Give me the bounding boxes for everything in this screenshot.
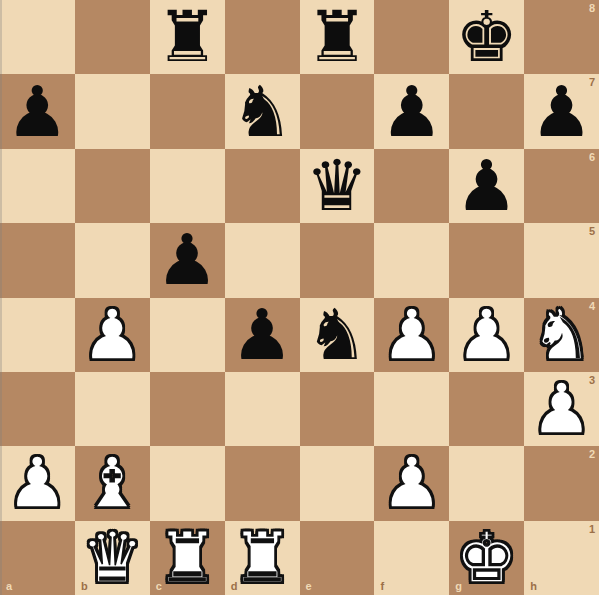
file-label-d: d — [231, 581, 238, 592]
square-b1[interactable]: ♛b — [75, 521, 150, 595]
square-f2[interactable]: ♟ — [374, 446, 449, 520]
square-d4[interactable]: ♟ — [225, 298, 300, 372]
square-c6[interactable] — [150, 149, 225, 223]
square-c8[interactable]: ♜ — [150, 0, 225, 74]
square-h5[interactable]: 5 — [524, 223, 599, 297]
file-label-b: b — [81, 581, 88, 592]
square-f4[interactable]: ♟ — [374, 298, 449, 372]
square-e1[interactable]: e — [300, 521, 375, 595]
file-label-f: f — [380, 581, 384, 592]
piece-white-pawn[interactable]: ♟ — [81, 300, 144, 370]
square-g2[interactable] — [449, 446, 524, 520]
rank-label-2: 2 — [589, 449, 595, 460]
square-g8[interactable]: ♚ — [449, 0, 524, 74]
piece-black-knight[interactable]: ♞ — [306, 300, 369, 370]
square-e5[interactable] — [300, 223, 375, 297]
square-e4[interactable]: ♞ — [300, 298, 375, 372]
rank-label-5: 5 — [589, 226, 595, 237]
square-f5[interactable] — [374, 223, 449, 297]
piece-white-pawn[interactable]: ♟ — [530, 374, 593, 444]
square-a8[interactable] — [0, 0, 75, 74]
square-c3[interactable] — [150, 372, 225, 446]
square-a1[interactable]: a — [0, 521, 75, 595]
square-e3[interactable] — [300, 372, 375, 446]
square-h7[interactable]: ♟7 — [524, 74, 599, 148]
piece-black-pawn[interactable]: ♟ — [530, 77, 593, 147]
piece-white-rook[interactable]: ♜ — [231, 523, 294, 593]
rank-label-1: 1 — [589, 524, 595, 535]
square-f8[interactable] — [374, 0, 449, 74]
piece-black-knight[interactable]: ♞ — [231, 77, 294, 147]
square-h6[interactable]: 6 — [524, 149, 599, 223]
square-e8[interactable]: ♜ — [300, 0, 375, 74]
piece-white-pawn[interactable]: ♟ — [380, 300, 443, 370]
square-b8[interactable] — [75, 0, 150, 74]
square-a2[interactable]: ♟ — [0, 446, 75, 520]
piece-white-bishop[interactable]: ♝ — [81, 448, 144, 518]
file-label-a: a — [6, 581, 12, 592]
square-d3[interactable] — [225, 372, 300, 446]
square-e7[interactable] — [300, 74, 375, 148]
piece-white-pawn[interactable]: ♟ — [6, 448, 69, 518]
file-label-e: e — [306, 581, 312, 592]
square-a6[interactable] — [0, 149, 75, 223]
piece-black-pawn[interactable]: ♟ — [380, 77, 443, 147]
square-h3[interactable]: ♟3 — [524, 372, 599, 446]
file-label-c: c — [156, 581, 162, 592]
piece-white-pawn[interactable]: ♟ — [380, 448, 443, 518]
square-g3[interactable] — [449, 372, 524, 446]
square-c4[interactable] — [150, 298, 225, 372]
square-g5[interactable] — [449, 223, 524, 297]
square-d8[interactable] — [225, 0, 300, 74]
square-c7[interactable] — [150, 74, 225, 148]
square-c2[interactable] — [150, 446, 225, 520]
square-f7[interactable]: ♟ — [374, 74, 449, 148]
piece-black-king[interactable]: ♚ — [455, 2, 518, 72]
square-f6[interactable] — [374, 149, 449, 223]
piece-white-knight[interactable]: ♞ — [530, 300, 593, 370]
square-h4[interactable]: ♞4 — [524, 298, 599, 372]
piece-black-queen[interactable]: ♛ — [306, 151, 369, 221]
square-f3[interactable] — [374, 372, 449, 446]
piece-black-rook[interactable]: ♜ — [306, 2, 369, 72]
piece-black-pawn[interactable]: ♟ — [455, 151, 518, 221]
square-d6[interactable] — [225, 149, 300, 223]
square-c1[interactable]: ♜c — [150, 521, 225, 595]
square-a3[interactable] — [0, 372, 75, 446]
square-a5[interactable] — [0, 223, 75, 297]
square-d5[interactable] — [225, 223, 300, 297]
square-b3[interactable] — [75, 372, 150, 446]
square-g1[interactable]: ♚g — [449, 521, 524, 595]
square-g4[interactable]: ♟ — [449, 298, 524, 372]
piece-black-pawn[interactable]: ♟ — [231, 300, 294, 370]
square-g7[interactable] — [449, 74, 524, 148]
square-e2[interactable] — [300, 446, 375, 520]
square-h1[interactable]: 1h — [524, 521, 599, 595]
square-c5[interactable]: ♟ — [150, 223, 225, 297]
square-a4[interactable] — [0, 298, 75, 372]
rank-label-3: 3 — [589, 375, 595, 386]
rank-label-7: 7 — [589, 77, 595, 88]
piece-white-rook[interactable]: ♜ — [156, 523, 219, 593]
piece-white-queen[interactable]: ♛ — [81, 523, 144, 593]
square-d2[interactable] — [225, 446, 300, 520]
square-g6[interactable]: ♟ — [449, 149, 524, 223]
square-h8[interactable]: 8 — [524, 0, 599, 74]
square-e6[interactable]: ♛ — [300, 149, 375, 223]
piece-white-king[interactable]: ♚ — [455, 523, 518, 593]
square-b4[interactable]: ♟ — [75, 298, 150, 372]
square-b2[interactable]: ♝ — [75, 446, 150, 520]
rank-label-6: 6 — [589, 152, 595, 163]
square-d1[interactable]: ♜d — [225, 521, 300, 595]
square-b6[interactable] — [75, 149, 150, 223]
piece-white-pawn[interactable]: ♟ — [455, 300, 518, 370]
square-f1[interactable]: f — [374, 521, 449, 595]
rank-label-4: 4 — [589, 301, 595, 312]
file-label-h: h — [530, 581, 537, 592]
rank-label-8: 8 — [589, 3, 595, 14]
piece-black-rook[interactable]: ♜ — [156, 2, 219, 72]
square-b7[interactable] — [75, 74, 150, 148]
chess-board: ♜♜♚8♟♞♟♟7♛♟6♟5♟♟♞♟♟♞4♟3♟♝♟2a♛b♜c♜def♚g1h — [0, 0, 599, 595]
square-h2[interactable]: 2 — [524, 446, 599, 520]
square-d7[interactable]: ♞ — [225, 74, 300, 148]
file-label-g: g — [455, 581, 462, 592]
piece-black-pawn[interactable]: ♟ — [156, 225, 219, 295]
piece-black-pawn[interactable]: ♟ — [6, 77, 69, 147]
square-b5[interactable] — [75, 223, 150, 297]
square-a7[interactable]: ♟ — [0, 74, 75, 148]
